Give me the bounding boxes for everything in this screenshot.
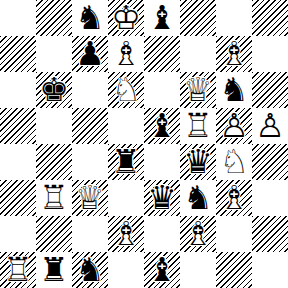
white-rook-fill-layer: ♜ [0,252,36,288]
black-rook-d4[interactable]: ♜♜ [108,144,144,180]
white-knight-fill-layer: ♞ [108,72,144,108]
black-queen-f4[interactable]: ♛♛ [180,144,216,180]
square-c4[interactable] [72,144,108,180]
square-c3[interactable]: ♛♕ [72,180,108,216]
square-g2[interactable] [216,216,252,252]
square-b3[interactable]: ♜♖ [36,180,72,216]
black-knight-f3[interactable]: ♞♞ [180,180,216,216]
black-pawn-fill-layer: ♟ [72,36,108,72]
square-c8[interactable]: ♞♞ [72,0,108,36]
black-bishop-e1[interactable]: ♝♝ [144,252,180,288]
white-knight-g4[interactable]: ♞♘ [216,144,252,180]
square-f7[interactable] [180,36,216,72]
white-bishop-fill-layer: ♝ [180,216,216,252]
square-h8[interactable] [252,0,288,36]
black-queen-icon: ♛ [180,144,216,180]
square-d2[interactable]: ♝♗ [108,216,144,252]
square-h1[interactable] [252,252,288,288]
square-d4[interactable]: ♜♜ [108,144,144,180]
square-g3[interactable]: ♝♗ [216,180,252,216]
white-queen-f6[interactable]: ♛♕ [180,72,216,108]
square-e7[interactable] [144,36,180,72]
black-bishop-e5[interactable]: ♝♝ [144,108,180,144]
black-knight-icon: ♞ [216,72,252,108]
black-knight-c1[interactable]: ♞♞ [72,252,108,288]
black-bishop-icon: ♝ [144,0,180,36]
black-bishop-fill-layer: ♝ [144,0,180,36]
black-knight-icon: ♞ [180,180,216,216]
black-bishop-fill-layer: ♝ [144,252,180,288]
black-bishop-e8[interactable]: ♝♝ [144,0,180,36]
white-bishop-fill-layer: ♝ [216,180,252,216]
black-king-b6[interactable]: ♚♚ [36,72,72,108]
white-bishop-d7[interactable]: ♝♗ [108,36,144,72]
black-king-icon: ♚ [36,72,72,108]
square-a6[interactable] [0,72,36,108]
square-h7[interactable] [252,36,288,72]
square-b2[interactable] [36,216,72,252]
white-rook-icon: ♖ [36,180,72,216]
square-f3[interactable]: ♞♞ [180,180,216,216]
square-c7[interactable]: ♟♟ [72,36,108,72]
black-queen-e3[interactable]: ♛♛ [144,180,180,216]
square-d6[interactable]: ♞♘ [108,72,144,108]
square-g5[interactable]: ♟♙ [216,108,252,144]
white-knight-d6[interactable]: ♞♘ [108,72,144,108]
square-a3[interactable] [0,180,36,216]
black-knight-icon: ♞ [72,252,108,288]
square-a2[interactable] [0,216,36,252]
black-pawn-c7[interactable]: ♟♟ [72,36,108,72]
black-knight-fill-layer: ♞ [216,72,252,108]
white-bishop-icon: ♗ [216,36,252,72]
white-knight-icon: ♘ [108,72,144,108]
square-f5[interactable]: ♜♖ [180,108,216,144]
square-c5[interactable] [72,108,108,144]
square-e2[interactable] [144,216,180,252]
square-e5[interactable]: ♝♝ [144,108,180,144]
white-pawn-g5[interactable]: ♟♙ [216,108,252,144]
white-bishop-g3[interactable]: ♝♗ [216,180,252,216]
white-rook-icon: ♖ [0,252,36,288]
black-rook-icon: ♜ [108,144,144,180]
white-knight-fill-layer: ♞ [216,144,252,180]
black-rook-fill-layer: ♜ [36,252,72,288]
white-pawn-fill-layer: ♟ [216,108,252,144]
white-rook-fill-layer: ♜ [180,108,216,144]
black-knight-fill-layer: ♞ [72,0,108,36]
square-a1[interactable]: ♜♖ [0,252,36,288]
black-rook-icon: ♜ [36,252,72,288]
square-h5[interactable]: ♟♙ [252,108,288,144]
square-b8[interactable] [36,0,72,36]
square-a4[interactable] [0,144,36,180]
square-b6[interactable]: ♚♚ [36,72,72,108]
black-pawn-icon: ♟ [72,36,108,72]
black-knight-fill-layer: ♞ [180,180,216,216]
square-a5[interactable] [0,108,36,144]
square-g8[interactable] [216,0,252,36]
white-rook-a1[interactable]: ♜♖ [0,252,36,288]
square-g4[interactable]: ♞♘ [216,144,252,180]
black-queen-icon: ♛ [144,180,180,216]
square-g7[interactable]: ♝♗ [216,36,252,72]
square-e8[interactable]: ♝♝ [144,0,180,36]
black-queen-fill-layer: ♛ [144,180,180,216]
white-bishop-icon: ♗ [108,36,144,72]
square-e6[interactable] [144,72,180,108]
square-a8[interactable] [0,0,36,36]
white-bishop-g7[interactable]: ♝♗ [216,36,252,72]
square-d5[interactable] [108,108,144,144]
square-h2[interactable] [252,216,288,252]
white-bishop-fill-layer: ♝ [108,216,144,252]
white-bishop-icon: ♗ [108,216,144,252]
black-knight-c8[interactable]: ♞♞ [72,0,108,36]
square-h4[interactable] [252,144,288,180]
square-e3[interactable]: ♛♛ [144,180,180,216]
white-rook-b3[interactable]: ♜♖ [36,180,72,216]
black-bishop-icon: ♝ [144,108,180,144]
square-f6[interactable]: ♛♕ [180,72,216,108]
square-c2[interactable] [72,216,108,252]
black-rook-fill-layer: ♜ [108,144,144,180]
white-queen-icon: ♕ [180,72,216,108]
white-king-d8[interactable]: ♚♔ [108,0,144,36]
square-g1[interactable] [216,252,252,288]
black-knight-g6[interactable]: ♞♞ [216,72,252,108]
black-knight-icon: ♞ [72,0,108,36]
square-g6[interactable]: ♞♞ [216,72,252,108]
white-bishop-icon: ♗ [180,216,216,252]
black-bishop-fill-layer: ♝ [144,108,180,144]
square-h3[interactable] [252,180,288,216]
white-rook-icon: ♖ [180,108,216,144]
black-queen-fill-layer: ♛ [180,144,216,180]
square-f1[interactable] [180,252,216,288]
white-queen-icon: ♕ [72,180,108,216]
square-f8[interactable] [180,0,216,36]
square-d1[interactable] [108,252,144,288]
white-king-fill-layer: ♚ [108,0,144,36]
white-queen-fill-layer: ♛ [72,180,108,216]
square-c1[interactable]: ♞♞ [72,252,108,288]
square-c6[interactable] [72,72,108,108]
square-f2[interactable]: ♝♗ [180,216,216,252]
square-b7[interactable] [36,36,72,72]
white-bishop-f2[interactable]: ♝♗ [180,216,216,252]
square-b5[interactable] [36,108,72,144]
square-h6[interactable] [252,72,288,108]
square-b4[interactable] [36,144,72,180]
black-knight-fill-layer: ♞ [72,252,108,288]
square-d8[interactable]: ♚♔ [108,0,144,36]
white-knight-icon: ♘ [216,144,252,180]
white-pawn-icon: ♙ [216,108,252,144]
black-rook-b1[interactable]: ♜♜ [36,252,72,288]
white-bishop-icon: ♗ [216,180,252,216]
white-queen-c3[interactable]: ♛♕ [72,180,108,216]
square-b1[interactable]: ♜♜ [36,252,72,288]
square-e4[interactable] [144,144,180,180]
square-a7[interactable] [0,36,36,72]
white-queen-fill-layer: ♛ [180,72,216,108]
square-d7[interactable]: ♝♗ [108,36,144,72]
chess-board: ♞♞♚♔♝♝♟♟♝♗♝♗♚♚♞♘♛♕♞♞♝♝♜♖♟♙♟♙♜♜♛♛♞♘♜♖♛♕♛♛… [0,0,288,288]
white-king-icon: ♔ [108,0,144,36]
white-pawn-fill-layer: ♟ [252,108,288,144]
black-bishop-icon: ♝ [144,252,180,288]
white-rook-fill-layer: ♜ [36,180,72,216]
white-bishop-d2[interactable]: ♝♗ [108,216,144,252]
white-pawn-icon: ♙ [252,108,288,144]
white-rook-f5[interactable]: ♜♖ [180,108,216,144]
white-bishop-fill-layer: ♝ [216,36,252,72]
square-d3[interactable] [108,180,144,216]
black-king-fill-layer: ♚ [36,72,72,108]
white-pawn-h5[interactable]: ♟♙ [252,108,288,144]
square-e1[interactable]: ♝♝ [144,252,180,288]
white-bishop-fill-layer: ♝ [108,36,144,72]
square-f4[interactable]: ♛♛ [180,144,216,180]
